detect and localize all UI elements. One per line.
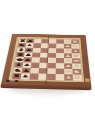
white-knight: ♞: [72, 69, 81, 73]
board-frame: ♜♟♟♜♞♟♟♞♝♟♟♝♛♟♟♛♚♟♟♚♝♟♟♝♞♟♟♞♜♟♟♜: [1, 34, 91, 87]
black-pawn: ♟: [23, 63, 30, 67]
white-bishop: ♝: [71, 49, 79, 53]
square-h1: ♜: [72, 74, 81, 80]
white-pawn: ♟: [64, 75, 71, 79]
white-queen: ♛: [71, 54, 79, 58]
brass-clasp-icon: [85, 79, 90, 83]
white-rook: ♜: [72, 75, 81, 80]
hinge-screw: [15, 80, 19, 82]
white-pawn: ♟: [64, 64, 71, 68]
hinge-screw: [6, 80, 10, 82]
square-h3: [55, 74, 64, 80]
product-photo: ♜♟♟♜♞♟♟♞♝♟♟♝♛♟♟♛♚♟♟♚♝♟♟♝♞♟♟♞♜♟♟♜: [0, 0, 95, 126]
white-pawn: ♟: [64, 59, 71, 62]
white-bishop: ♝: [72, 64, 81, 68]
white-king: ♚: [72, 59, 80, 63]
black-pawn: ♟: [24, 58, 31, 61]
square-h4: [46, 74, 55, 80]
square-h2: ♟: [64, 74, 73, 80]
black-pawn: ♟: [22, 69, 30, 73]
chess-board: ♜♟♟♜♞♟♟♞♝♟♟♝♛♟♟♛♚♟♟♚♝♟♟♝♞♟♟♞♜♟♟♜: [1, 34, 91, 87]
white-pawn: ♟: [64, 70, 71, 74]
black-pawn: ♟: [21, 74, 29, 78]
